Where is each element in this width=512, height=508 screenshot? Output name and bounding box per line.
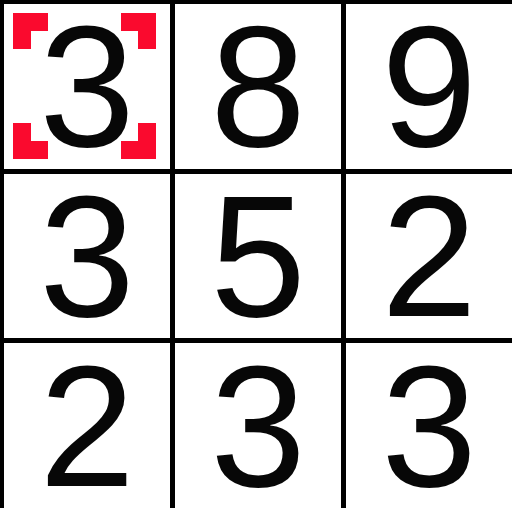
cell-value: 3	[381, 343, 477, 508]
cell-r1-c0[interactable]: 3	[4, 174, 170, 339]
selection-corner-top-left-icon	[13, 13, 48, 49]
cell-r0-c1[interactable]: 8	[175, 4, 341, 169]
cell-value: 3	[210, 343, 306, 508]
cell-value: 9	[381, 4, 477, 169]
cell-r1-c1[interactable]: 5	[175, 174, 341, 339]
cell-r1-c2[interactable]: 2	[346, 174, 512, 339]
selection-corner-bottom-right-icon	[121, 123, 156, 159]
puzzle-board: 3 8 9 3 5 2 2 3 3	[0, 0, 512, 508]
cell-value: 2	[381, 174, 477, 339]
cell-r0-c2[interactable]: 9	[346, 4, 512, 169]
selection-corner-top-right-icon	[121, 13, 156, 49]
cell-value: 8	[210, 4, 306, 169]
cell-value: 3	[39, 174, 135, 339]
cell-r2-c0[interactable]: 2	[4, 343, 170, 508]
cell-r0-c0[interactable]: 3	[4, 4, 170, 169]
cell-r2-c1[interactable]: 3	[175, 343, 341, 508]
cell-value: 5	[210, 174, 306, 339]
cell-value: 2	[39, 343, 135, 508]
cell-r2-c2[interactable]: 3	[346, 343, 512, 508]
selection-corner-bottom-left-icon	[13, 123, 48, 159]
